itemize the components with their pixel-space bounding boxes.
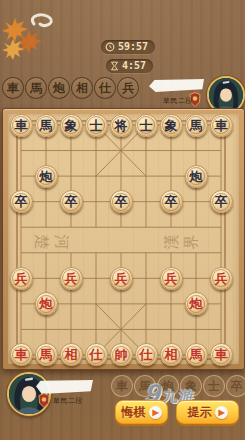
piece-black-p[interactable]: 卒 [60,190,83,213]
piece-black-p[interactable]: 卒 [10,190,33,213]
piece-black-a[interactable]: 士 [135,114,158,137]
captured-slot: 士 [203,375,225,397]
maple-leaves-decoration [0,8,62,64]
piece-red-p[interactable]: 兵 [210,267,233,290]
captured-slot: 象 [180,375,202,397]
piece-red-k[interactable]: 帥 [110,343,133,366]
piece-black-p[interactable]: 卒 [160,190,183,213]
player-bottom-nameplate [36,380,93,394]
player-top-nameplate [149,79,204,92]
piece-red-n[interactable]: 馬 [185,343,208,366]
piece-black-c[interactable]: 炮 [35,165,58,188]
hourglass-icon [110,61,119,71]
hint-button-label: 提示 [188,404,212,421]
piece-red-r[interactable]: 車 [210,343,233,366]
piece-black-b[interactable]: 象 [160,114,183,137]
player-bottom-rank: 草民二段 [53,396,83,406]
piece-black-p[interactable]: 卒 [110,190,133,213]
move-timer-value: 4:57 [122,59,146,73]
game-screen: 59:57 4:57 車馬炮相仕兵 草民二段 楚 河 漢 界 車馬象士将士象馬車… [0,0,245,440]
piece-red-r[interactable]: 車 [10,343,33,366]
captured-tray-top: 車馬炮相仕兵 [2,77,139,99]
move-timer: 4:57 [106,59,153,73]
player-top-rank: 草民二段 [163,96,193,106]
avatar-portrait [209,78,243,112]
play-icon: ▶ [215,406,228,419]
captured-tray-bottom: 車馬炮象士卒 [111,375,245,397]
piece-red-c[interactable]: 炮 [35,292,58,315]
swoosh-logo [32,15,51,26]
undo-button-label: 悔棋 [122,404,146,421]
captured-slot: 炮 [157,375,179,397]
total-timer-value: 59:57 [118,40,148,54]
captured-slot: 馬 [134,375,156,397]
captured-slot: 卒 [226,375,245,397]
captured-slot: 相 [71,77,93,99]
piece-grid: 車馬象士将士象馬車炮炮卒卒卒卒卒兵兵兵兵兵炮炮車馬相仕帥仕相馬車 [9,112,234,367]
piece-black-r[interactable]: 車 [210,114,233,137]
piece-red-p[interactable]: 兵 [110,267,133,290]
undo-button[interactable]: 悔棋 ▶ [115,400,168,424]
xiangqi-board: 楚 河 漢 界 車馬象士将士象馬車炮炮卒卒卒卒卒兵兵兵兵兵炮炮車馬相仕帥仕相馬車 [2,108,245,370]
total-timer: 59:57 [101,40,155,54]
piece-black-p[interactable]: 卒 [210,190,233,213]
hint-button[interactable]: 提示 ▶ [176,400,239,424]
clock-icon [105,42,115,52]
captured-slot: 兵 [117,77,139,99]
piece-red-b[interactable]: 相 [160,343,183,366]
captured-slot: 車 [111,375,133,397]
piece-black-c[interactable]: 炮 [185,165,208,188]
piece-black-k[interactable]: 将 [110,114,133,137]
piece-red-a[interactable]: 仕 [85,343,108,366]
piece-black-n[interactable]: 馬 [35,114,58,137]
captured-slot: 車 [2,77,24,99]
piece-black-n[interactable]: 馬 [185,114,208,137]
piece-black-r[interactable]: 車 [10,114,33,137]
piece-red-p[interactable]: 兵 [60,267,83,290]
rank-badge-icon [38,393,50,408]
piece-red-p[interactable]: 兵 [10,267,33,290]
piece-red-c[interactable]: 炮 [185,292,208,315]
piece-red-a[interactable]: 仕 [135,343,158,366]
captured-slot: 炮 [48,77,70,99]
piece-black-b[interactable]: 象 [60,114,83,137]
piece-red-n[interactable]: 馬 [35,343,58,366]
captured-slot: 仕 [94,77,116,99]
captured-slot: 馬 [25,77,47,99]
piece-red-b[interactable]: 相 [60,343,83,366]
piece-red-p[interactable]: 兵 [160,267,183,290]
play-icon: ▶ [149,406,162,419]
piece-black-a[interactable]: 士 [85,114,108,137]
